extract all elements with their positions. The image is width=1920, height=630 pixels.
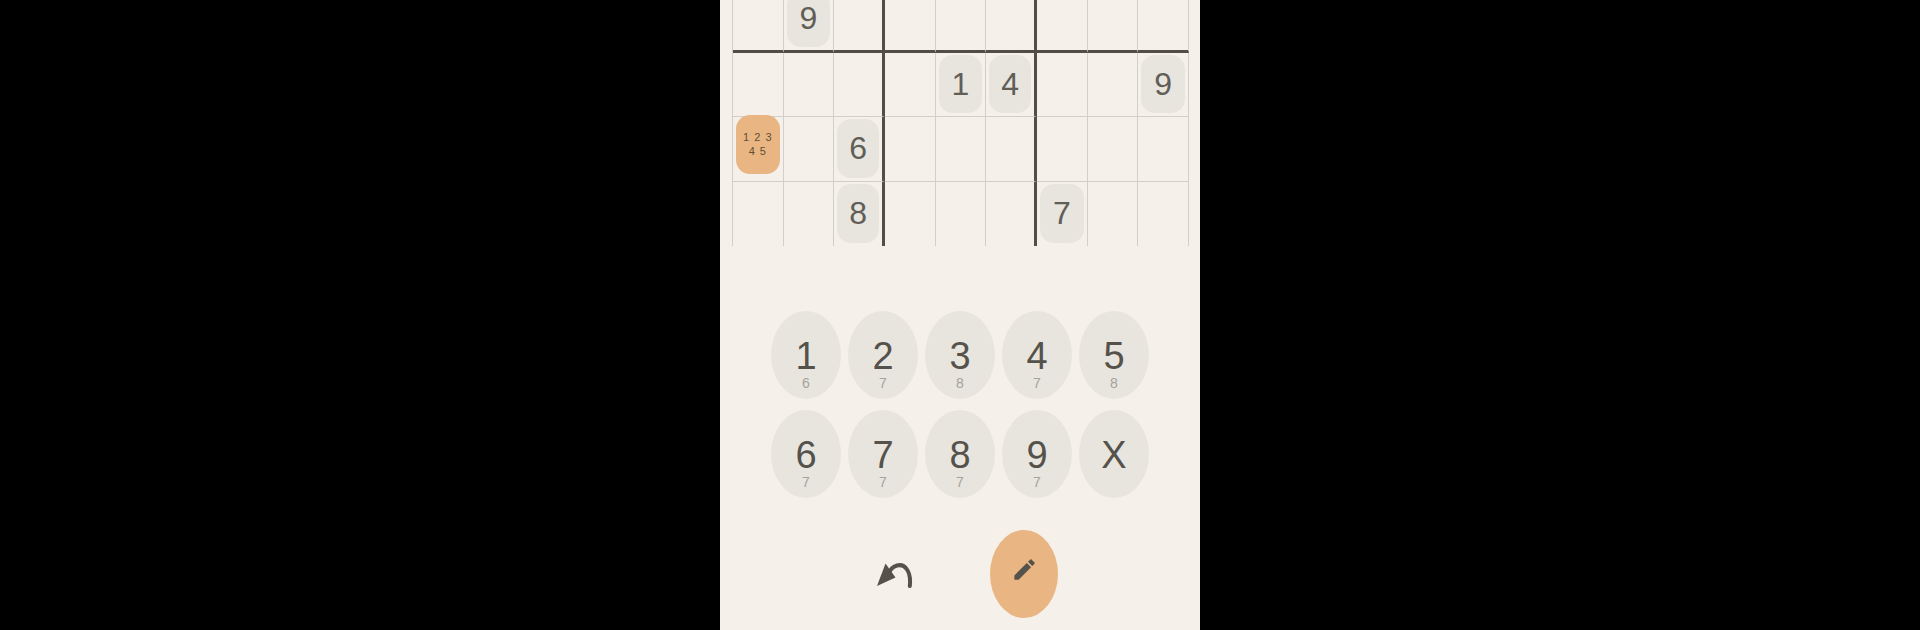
board-cell-r7c1[interactable] xyxy=(784,117,835,181)
board-cell-r8c5[interactable] xyxy=(986,182,1037,246)
numpad-button-content: 58 xyxy=(1103,336,1124,391)
board-cell-r8c2[interactable]: 8 xyxy=(834,182,885,246)
pencil-marks-cell: 1 2 34 5 xyxy=(736,115,780,173)
board-cell-r8c3[interactable] xyxy=(885,182,936,246)
numpad-button-3[interactable]: 38 xyxy=(925,311,995,399)
cell-value: 9 xyxy=(1141,55,1185,113)
numpad-button-8[interactable]: 87 xyxy=(925,410,995,498)
board-cell-r5c4[interactable] xyxy=(936,0,987,53)
numpad-digit-label: X xyxy=(1101,435,1126,475)
numpad-button-5[interactable]: 58 xyxy=(1079,311,1149,399)
board-cell-r6c5[interactable]: 4 xyxy=(986,53,1037,117)
numpad: 162738475867778797X xyxy=(771,311,1149,498)
numpad-button-content: 87 xyxy=(949,435,970,490)
numpad-button-content: 47 xyxy=(1026,336,1047,391)
numpad-remaining-count: 7 xyxy=(879,475,887,490)
numpad-button-7[interactable]: 77 xyxy=(848,410,918,498)
board-cell-r5c2[interactable] xyxy=(834,0,885,53)
numpad-button-1[interactable]: 16 xyxy=(771,311,841,399)
board-cell-r6c7[interactable] xyxy=(1088,53,1139,117)
board-cell-r8c0[interactable] xyxy=(733,182,784,246)
board-cell-r8c6[interactable]: 7 xyxy=(1037,182,1088,246)
board-cell-r8c7[interactable] xyxy=(1088,182,1139,246)
board-cell-r8c4[interactable] xyxy=(936,182,987,246)
numpad-button-content: 16 xyxy=(795,336,816,391)
board-cell-r6c6[interactable] xyxy=(1037,53,1088,117)
numpad-button-content: 27 xyxy=(872,336,893,391)
numpad-digit-label: 7 xyxy=(872,435,893,475)
numpad-row-2: 67778797X xyxy=(771,410,1149,498)
numpad-remaining-count: 8 xyxy=(956,376,964,391)
board-cell-r7c8[interactable] xyxy=(1138,117,1189,181)
numpad-remaining-count: 7 xyxy=(879,376,887,391)
sudoku-board: 91491 2 34 5687 xyxy=(732,0,1189,246)
numpad-digit-label: 6 xyxy=(795,435,816,475)
numpad-button-content: 77 xyxy=(872,435,893,490)
undo-arrow-icon xyxy=(877,561,913,588)
board-cell-r8c8[interactable] xyxy=(1138,182,1189,246)
numpad-row-1: 1627384758 xyxy=(771,311,1149,399)
letterbox-right xyxy=(1200,0,1920,630)
board-cell-r7c3[interactable] xyxy=(885,117,936,181)
numpad-button-6[interactable]: 67 xyxy=(771,410,841,498)
numpad-digit-label: 3 xyxy=(949,336,970,376)
board-cell-r6c1[interactable] xyxy=(784,53,835,117)
numpad-digit-label: 4 xyxy=(1026,336,1047,376)
numpad-remaining-count: 7 xyxy=(1033,376,1041,391)
numpad-remaining-count: 6 xyxy=(802,376,810,391)
sudoku-app: 91491 2 34 5687 162738475867778797X xyxy=(720,0,1200,630)
numpad-button-9[interactable]: 97 xyxy=(1002,410,1072,498)
pencil-mode-button[interactable] xyxy=(990,530,1058,618)
numpad-button-content: 38 xyxy=(949,336,970,391)
board-cell-r6c8[interactable]: 9 xyxy=(1138,53,1189,117)
numpad-button-content: 67 xyxy=(795,435,816,490)
numpad-button-2[interactable]: 27 xyxy=(848,311,918,399)
undo-button[interactable] xyxy=(866,549,924,599)
board-cell-r6c2[interactable] xyxy=(834,53,885,117)
board-cell-r7c5[interactable] xyxy=(986,117,1037,181)
cell-value: 8 xyxy=(837,184,879,243)
numpad-remaining-count: 8 xyxy=(1110,376,1118,391)
numpad-remaining-count: 7 xyxy=(802,475,810,490)
cell-value: 9 xyxy=(787,0,831,47)
board-cell-r5c6[interactable] xyxy=(1037,0,1088,53)
numpad-digit-label: 9 xyxy=(1026,435,1047,475)
numpad-button-4[interactable]: 47 xyxy=(1002,311,1072,399)
board-cell-r8c1[interactable] xyxy=(784,182,835,246)
board-cell-r7c4[interactable] xyxy=(936,117,987,181)
numpad-button-content: 97 xyxy=(1026,435,1047,490)
letterbox-left xyxy=(0,0,720,630)
pencil-icon xyxy=(1011,556,1038,583)
numpad-digit-label: 5 xyxy=(1103,336,1124,376)
board-cell-r7c7[interactable] xyxy=(1088,117,1139,181)
board-cell-r5c7[interactable] xyxy=(1088,0,1139,53)
cell-value: 4 xyxy=(989,55,1031,113)
numpad-button-content: X xyxy=(1101,435,1126,490)
cell-value: 1 xyxy=(939,55,983,113)
numpad-button-clear[interactable]: X xyxy=(1079,410,1149,498)
board-cell-r5c8[interactable] xyxy=(1138,0,1189,53)
board-cell-r6c0[interactable] xyxy=(733,53,784,117)
board-cell-r5c0[interactable] xyxy=(733,0,784,53)
cell-value: 6 xyxy=(837,119,879,177)
board-cell-r6c3[interactable] xyxy=(885,53,936,117)
numpad-remaining-count: 7 xyxy=(1033,475,1041,490)
board-cell-r5c5[interactable] xyxy=(986,0,1037,53)
board-cell-r5c3[interactable] xyxy=(885,0,936,53)
board-cell-r7c2[interactable]: 6 xyxy=(834,117,885,181)
numpad-remaining-count: 7 xyxy=(956,475,964,490)
cell-value: 7 xyxy=(1040,184,1084,243)
board-cell-r5c1[interactable]: 9 xyxy=(784,0,835,53)
board-cell-r7c6[interactable] xyxy=(1037,117,1088,181)
numpad-digit-label: 8 xyxy=(949,435,970,475)
board-cell-r7c0[interactable]: 1 2 34 5 xyxy=(733,117,784,181)
numpad-digit-label: 1 xyxy=(795,336,816,376)
board-cell-r6c4[interactable]: 1 xyxy=(936,53,987,117)
numpad-digit-label: 2 xyxy=(872,336,893,376)
